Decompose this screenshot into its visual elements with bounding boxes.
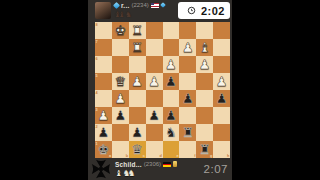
rank-label-7: 7 [96, 40, 98, 44]
square-e8[interactable] [163, 22, 180, 39]
black-rook: ♜ [196, 141, 213, 158]
square-b4[interactable]: ♟ [112, 90, 129, 107]
square-a6[interactable]: 6 [95, 56, 112, 73]
black-pawn: ♟ [163, 107, 180, 124]
rank-label-8: 8 [96, 23, 98, 27]
square-a4[interactable]: 4 [95, 90, 112, 107]
square-h8[interactable] [213, 22, 230, 39]
square-a8[interactable]: 8 [95, 22, 112, 39]
square-d2[interactable] [146, 124, 163, 141]
square-g6[interactable]: ♟ [196, 56, 213, 73]
square-c2[interactable]: ♟ [129, 124, 146, 141]
square-g2[interactable] [196, 124, 213, 141]
square-b3[interactable]: ♟ [112, 107, 129, 124]
square-f1[interactable]: f [179, 141, 196, 158]
square-e2[interactable]: ♞ [163, 124, 180, 141]
square-d6[interactable] [146, 56, 163, 73]
square-d8[interactable] [146, 22, 163, 39]
square-h7[interactable] [213, 39, 230, 56]
square-d4[interactable] [146, 90, 163, 107]
us-flag-icon [151, 3, 159, 8]
square-g5[interactable] [196, 73, 213, 90]
white-pawn: ♟ [179, 39, 196, 56]
bottom-player-info[interactable]: Schild... (2306) ♝♞♞ [115, 160, 177, 178]
square-g4[interactable] [196, 90, 213, 107]
bottom-captured-pieces: ♝♞♞ [115, 169, 177, 178]
white-pawn: ♟ [112, 90, 129, 107]
top-player-avatar[interactable] [95, 2, 111, 19]
square-h5[interactable]: ♟ [213, 73, 230, 90]
bottom-player-name[interactable]: Schild... [115, 161, 142, 168]
file-label-e: e [176, 154, 178, 158]
white-bishop: ♝ [196, 39, 213, 56]
square-b2[interactable] [112, 124, 129, 141]
captured-black-knight-icon: ♞ [125, 10, 132, 19]
captured-white-bishop-icon: ♝ [115, 169, 123, 178]
captured-black-bishop-icon: ♝ [118, 10, 125, 19]
black-pawn: ♟ [213, 90, 230, 107]
white-king: ♚ [112, 22, 129, 39]
white-pawn: ♟ [213, 73, 230, 90]
black-queen: ♛ [129, 141, 146, 158]
square-b1[interactable]: b [112, 141, 129, 158]
white-pawn: ♟ [146, 73, 163, 90]
square-b5[interactable]: ♛ [112, 73, 129, 90]
bottom-clock-time: 2:07 [204, 163, 228, 175]
square-f4[interactable]: ♟ [179, 90, 196, 107]
square-c8[interactable]: ♜ [129, 22, 146, 39]
square-h2[interactable] [213, 124, 230, 141]
top-player-bar: r... (2234) ♝♝♞ 2:02 [88, 0, 232, 22]
square-f5[interactable] [179, 73, 196, 90]
square-e3[interactable]: ♟ [163, 107, 180, 124]
bottom-player-clock: 2:07 [204, 160, 228, 177]
game-screen: r... (2234) ♝♝♞ 2:02 8♚♜7♜♟♝6♟♟5♛♟♟♟♟4♟♟… [88, 0, 232, 180]
rank-label-6: 6 [96, 57, 98, 61]
black-king: ♚ [95, 141, 112, 158]
square-f3[interactable] [179, 107, 196, 124]
square-h6[interactable] [213, 56, 230, 73]
square-h3[interactable] [213, 107, 230, 124]
bottom-player-avatar-iron-cross[interactable] [90, 158, 112, 180]
square-e1[interactable]: e [163, 141, 180, 158]
square-a3[interactable]: 3♟ [95, 107, 112, 124]
black-pawn: ♟ [179, 90, 196, 107]
video-frame: r... (2234) ♝♝♞ 2:02 8♚♜7♜♟♝6♟♟5♛♟♟♟♟4♟♟… [0, 0, 320, 180]
diamond-icon-secondary [160, 2, 166, 8]
captured-white-knight-icon: ♞ [128, 169, 136, 178]
black-rook: ♜ [179, 124, 196, 141]
black-pawn: ♟ [95, 124, 112, 141]
black-pawn: ♟ [129, 124, 146, 141]
rank-label-4: 4 [96, 91, 98, 95]
black-pawn: ♟ [146, 107, 163, 124]
square-d1[interactable]: d [146, 141, 163, 158]
black-pawn: ♟ [112, 107, 129, 124]
square-c1[interactable]: c♛ [129, 141, 146, 158]
square-c3[interactable] [129, 107, 146, 124]
white-queen: ♛ [112, 73, 129, 90]
white-pawn: ♟ [163, 56, 180, 73]
square-e5[interactable]: ♟ [163, 73, 180, 90]
square-c6[interactable] [129, 56, 146, 73]
square-g1[interactable]: g♜ [196, 141, 213, 158]
diamond-membership-icon [113, 1, 120, 8]
top-player-info[interactable]: r... (2234) ♝♝♞ [114, 1, 165, 19]
bottom-player-bar: Schild... (2306) ♝♞♞ 2:07 [88, 158, 232, 180]
square-g8[interactable] [196, 22, 213, 39]
square-e7[interactable] [163, 39, 180, 56]
black-knight: ♞ [163, 124, 180, 141]
square-g3[interactable] [196, 107, 213, 124]
top-clock-time: 2:02 [201, 5, 225, 17]
square-d3[interactable]: ♟ [146, 107, 163, 124]
square-f7[interactable]: ♟ [179, 39, 196, 56]
square-e6[interactable]: ♟ [163, 56, 180, 73]
file-label-h: h [227, 154, 229, 158]
square-d7[interactable] [146, 39, 163, 56]
rank-label-5: 5 [96, 74, 98, 78]
square-h1[interactable]: h [213, 141, 230, 158]
square-c4[interactable] [129, 90, 146, 107]
top-player-rating: (2234) [131, 2, 148, 8]
bottom-player-rating: (2306) [144, 161, 161, 167]
square-f8[interactable] [179, 22, 196, 39]
square-b6[interactable] [112, 56, 129, 73]
square-b7[interactable] [112, 39, 129, 56]
germany-flag-icon [163, 162, 171, 167]
square-b8[interactable]: ♚ [112, 22, 129, 39]
white-pawn: ♟ [95, 107, 112, 124]
square-d5[interactable]: ♟ [146, 73, 163, 90]
top-captured-pieces: ♝♝♞ [114, 10, 165, 19]
file-label-d: d [159, 154, 161, 158]
square-f6[interactable] [179, 56, 196, 73]
white-rook: ♜ [129, 22, 146, 39]
file-label-b: b [126, 154, 128, 158]
square-c5[interactable]: ♟ [129, 73, 146, 90]
file-label-f: f [194, 154, 195, 158]
square-a7[interactable]: 7 [95, 39, 112, 56]
square-e4[interactable] [163, 90, 180, 107]
top-player-name[interactable]: r... [121, 2, 129, 9]
top-player-clock: 2:02 [178, 2, 230, 19]
clock-icon [187, 6, 196, 15]
square-a5[interactable]: 5 [95, 73, 112, 90]
white-pawn: ♟ [129, 73, 146, 90]
gold-badge-icon [173, 161, 177, 167]
board: 8♚♜7♜♟♝6♟♟5♛♟♟♟♟4♟♟♟3♟♟♟♟2♟♟♞♜1a♚bc♛defg… [95, 22, 230, 158]
square-f2[interactable]: ♜ [179, 124, 196, 141]
black-pawn: ♟ [163, 73, 180, 90]
square-a1[interactable]: 1a♚ [95, 141, 112, 158]
square-h4[interactable]: ♟ [213, 90, 230, 107]
square-a2[interactable]: 2♟ [95, 124, 112, 141]
white-pawn: ♟ [196, 56, 213, 73]
square-g7[interactable]: ♝ [196, 39, 213, 56]
white-rook: ♜ [129, 39, 146, 56]
square-c7[interactable]: ♜ [129, 39, 146, 56]
